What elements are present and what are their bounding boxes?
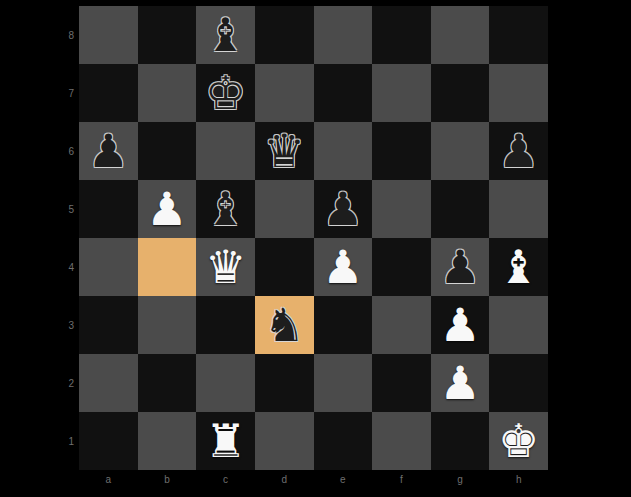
rank-labels: 87654321: [0, 6, 77, 470]
file-label-e: e: [314, 471, 373, 487]
rank-label-7: 7: [0, 64, 77, 122]
square-e5[interactable]: ♟: [314, 180, 373, 238]
square-h8[interactable]: [489, 6, 548, 64]
square-a5[interactable]: [79, 180, 138, 238]
square-a3[interactable]: [79, 296, 138, 354]
square-e2[interactable]: [314, 354, 373, 412]
square-h6[interactable]: ♟: [489, 122, 548, 180]
square-g5[interactable]: [431, 180, 490, 238]
square-g6[interactable]: [431, 122, 490, 180]
square-b2[interactable]: [138, 354, 197, 412]
square-h2[interactable]: [489, 354, 548, 412]
file-label-a: a: [79, 471, 138, 487]
square-b7[interactable]: [138, 64, 197, 122]
square-e8[interactable]: [314, 6, 373, 64]
square-a1[interactable]: [79, 412, 138, 470]
square-h1[interactable]: ♚: [489, 412, 548, 470]
black-bishop-piece[interactable]: ♝: [205, 6, 246, 64]
square-f1[interactable]: [372, 412, 431, 470]
square-g2[interactable]: ♟: [431, 354, 490, 412]
square-f4[interactable]: [372, 238, 431, 296]
black-pawn-piece[interactable]: ♟: [322, 180, 363, 238]
square-d8[interactable]: [255, 6, 314, 64]
square-d3[interactable]: ♞: [255, 296, 314, 354]
square-g7[interactable]: [431, 64, 490, 122]
square-c2[interactable]: [196, 354, 255, 412]
white-rook-piece[interactable]: ♜: [205, 412, 246, 470]
square-f7[interactable]: [372, 64, 431, 122]
file-label-f: f: [372, 471, 431, 487]
white-pawn-piece[interactable]: ♟: [439, 354, 480, 412]
black-pawn-piece[interactable]: ♟: [88, 122, 129, 180]
square-e7[interactable]: [314, 64, 373, 122]
rank-label-1: 1: [0, 412, 77, 470]
square-b1[interactable]: [138, 412, 197, 470]
square-a2[interactable]: [79, 354, 138, 412]
white-pawn-piece[interactable]: ♟: [146, 180, 187, 238]
white-king-piece[interactable]: ♚: [498, 412, 539, 470]
file-labels: abcdefgh: [79, 471, 548, 487]
square-d1[interactable]: [255, 412, 314, 470]
rank-label-8: 8: [0, 6, 77, 64]
square-e4[interactable]: ♟: [314, 238, 373, 296]
square-c7[interactable]: ♚: [196, 64, 255, 122]
white-bishop-piece[interactable]: ♝: [498, 238, 539, 296]
black-pawn-piece[interactable]: ♟: [439, 238, 480, 296]
square-e6[interactable]: [314, 122, 373, 180]
file-label-b: b: [138, 471, 197, 487]
rank-label-6: 6: [0, 122, 77, 180]
square-f2[interactable]: [372, 354, 431, 412]
chess-board[interactable]: ♝♚♟♛♟♟♝♟♛♟♟♝♞♟♟♜♚: [79, 6, 548, 470]
square-h4[interactable]: ♝: [489, 238, 548, 296]
square-b8[interactable]: [138, 6, 197, 64]
square-h7[interactable]: [489, 64, 548, 122]
square-c3[interactable]: [196, 296, 255, 354]
file-label-h: h: [489, 471, 548, 487]
square-c4[interactable]: ♛: [196, 238, 255, 296]
square-h3[interactable]: [489, 296, 548, 354]
black-bishop-piece[interactable]: ♝: [205, 180, 246, 238]
square-g1[interactable]: [431, 412, 490, 470]
square-f3[interactable]: [372, 296, 431, 354]
square-c6[interactable]: [196, 122, 255, 180]
square-c5[interactable]: ♝: [196, 180, 255, 238]
black-king-piece[interactable]: ♚: [205, 64, 246, 122]
square-e3[interactable]: [314, 296, 373, 354]
rank-label-5: 5: [0, 180, 77, 238]
square-d5[interactable]: [255, 180, 314, 238]
chess-app: 87654321 ♝♚♟♛♟♟♝♟♛♟♟♝♞♟♟♜♚ abcdefgh: [0, 0, 631, 497]
square-a8[interactable]: [79, 6, 138, 64]
square-f8[interactable]: [372, 6, 431, 64]
square-a4[interactable]: [79, 238, 138, 296]
square-c1[interactable]: ♜: [196, 412, 255, 470]
square-f5[interactable]: [372, 180, 431, 238]
square-b3[interactable]: [138, 296, 197, 354]
white-queen-piece[interactable]: ♛: [205, 238, 246, 296]
black-queen-piece[interactable]: ♛: [264, 122, 305, 180]
file-label-g: g: [431, 471, 490, 487]
square-a7[interactable]: [79, 64, 138, 122]
square-f6[interactable]: [372, 122, 431, 180]
square-c8[interactable]: ♝: [196, 6, 255, 64]
square-d4[interactable]: [255, 238, 314, 296]
file-label-c: c: [196, 471, 255, 487]
square-h5[interactable]: [489, 180, 548, 238]
square-g4[interactable]: ♟: [431, 238, 490, 296]
white-pawn-piece[interactable]: ♟: [322, 238, 363, 296]
square-g3[interactable]: ♟: [431, 296, 490, 354]
black-knight-piece[interactable]: ♞: [264, 296, 305, 354]
black-pawn-piece[interactable]: ♟: [498, 122, 539, 180]
file-label-d: d: [255, 471, 314, 487]
square-b4[interactable]: [138, 238, 197, 296]
square-d2[interactable]: [255, 354, 314, 412]
rank-label-4: 4: [0, 238, 77, 296]
square-b5[interactable]: ♟: [138, 180, 197, 238]
white-pawn-piece[interactable]: ♟: [439, 296, 480, 354]
square-d6[interactable]: ♛: [255, 122, 314, 180]
square-a6[interactable]: ♟: [79, 122, 138, 180]
square-b6[interactable]: [138, 122, 197, 180]
square-d7[interactable]: [255, 64, 314, 122]
square-g8[interactable]: [431, 6, 490, 64]
square-e1[interactable]: [314, 412, 373, 470]
rank-label-3: 3: [0, 296, 77, 354]
rank-label-2: 2: [0, 354, 77, 412]
